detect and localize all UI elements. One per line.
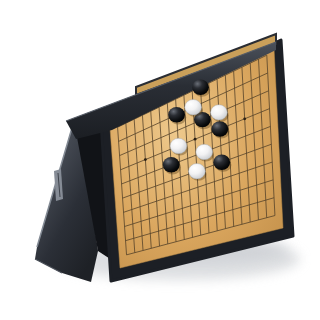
star-point (243, 117, 246, 120)
star-point (144, 158, 147, 161)
black-stone (168, 107, 185, 122)
black-stone (163, 157, 180, 172)
black-stone (211, 121, 228, 136)
white-stone (211, 105, 228, 120)
go-board-scene (0, 0, 320, 320)
black-stone (192, 79, 209, 94)
white-stone (185, 100, 202, 115)
star-point (194, 138, 197, 141)
white-stone (170, 138, 187, 153)
product-photo (0, 0, 320, 320)
white-stone (196, 144, 213, 159)
black-stone (213, 155, 230, 170)
white-stone (189, 164, 206, 179)
